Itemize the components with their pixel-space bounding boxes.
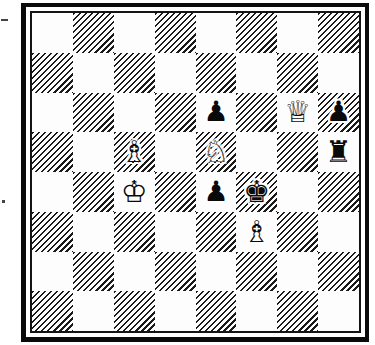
print-speck [1,19,8,21]
square-e5[interactable]: ♘ [196,132,237,172]
square-c2[interactable] [114,252,155,292]
square-a8[interactable] [32,13,73,53]
square-c5[interactable]: ♗ [114,132,155,172]
square-f1[interactable] [236,291,277,331]
square-c4[interactable]: ♔ [114,172,155,212]
square-b1[interactable] [73,291,114,331]
white-king: ♔ [121,177,148,207]
square-d6[interactable] [155,93,196,133]
square-d2[interactable] [155,252,196,292]
square-g4[interactable] [277,172,318,212]
square-b2[interactable] [73,252,114,292]
square-g3[interactable] [277,212,318,252]
square-a3[interactable] [32,212,73,252]
square-e2[interactable] [196,252,237,292]
square-h1[interactable] [318,291,359,331]
square-g6[interactable]: ♕ [277,93,318,133]
square-h7[interactable] [318,53,359,93]
square-f4[interactable]: ♚ [236,172,277,212]
square-a4[interactable] [32,172,73,212]
square-c8[interactable] [114,13,155,53]
board-frame: ♟♕♟♗♘♜♔♟♚♗ [21,3,369,342]
square-e7[interactable] [196,53,237,93]
square-c7[interactable] [114,53,155,93]
square-e6[interactable]: ♟ [196,93,237,133]
square-a6[interactable] [32,93,73,133]
square-c1[interactable] [114,291,155,331]
chess-board: ♟♕♟♗♘♜♔♟♚♗ [30,11,361,333]
white-queen: ♕ [284,97,311,127]
square-a5[interactable] [32,132,73,172]
square-g2[interactable] [277,252,318,292]
square-b7[interactable] [73,53,114,93]
square-d7[interactable] [155,53,196,93]
square-a7[interactable] [32,53,73,93]
square-b3[interactable] [73,212,114,252]
square-h5[interactable]: ♜ [318,132,359,172]
square-a1[interactable] [32,291,73,331]
square-f7[interactable] [236,53,277,93]
chess-diagram: ♟♕♟♗♘♜♔♟♚♗ [0,0,375,345]
square-h6[interactable]: ♟ [318,93,359,133]
square-d1[interactable] [155,291,196,331]
square-e4[interactable]: ♟ [196,172,237,212]
square-b5[interactable] [73,132,114,172]
square-f3[interactable]: ♗ [236,212,277,252]
square-c3[interactable] [114,212,155,252]
white-bishop: ♗ [243,217,270,247]
square-b4[interactable] [73,172,114,212]
square-h2[interactable] [318,252,359,292]
square-d8[interactable] [155,13,196,53]
square-d4[interactable] [155,172,196,212]
white-knight: ♘ [202,137,229,167]
square-g7[interactable] [277,53,318,93]
black-pawn: ♟ [203,178,228,206]
black-rook: ♜ [325,137,352,167]
square-g8[interactable] [277,13,318,53]
square-a2[interactable] [32,252,73,292]
square-c6[interactable] [114,93,155,133]
square-d3[interactable] [155,212,196,252]
black-king: ♚ [243,177,270,207]
square-d5[interactable] [155,132,196,172]
white-bishop: ♗ [121,137,148,167]
square-e3[interactable] [196,212,237,252]
square-f6[interactable] [236,93,277,133]
square-f8[interactable] [236,13,277,53]
square-h8[interactable] [318,13,359,53]
print-speck [2,200,5,203]
square-h4[interactable] [318,172,359,212]
square-h3[interactable] [318,212,359,252]
black-pawn: ♟ [326,98,351,126]
square-g1[interactable] [277,291,318,331]
square-b8[interactable] [73,13,114,53]
square-b6[interactable] [73,93,114,133]
square-e8[interactable] [196,13,237,53]
square-e1[interactable] [196,291,237,331]
square-f5[interactable] [236,132,277,172]
square-g5[interactable] [277,132,318,172]
black-pawn: ♟ [203,98,228,126]
square-f2[interactable] [236,252,277,292]
